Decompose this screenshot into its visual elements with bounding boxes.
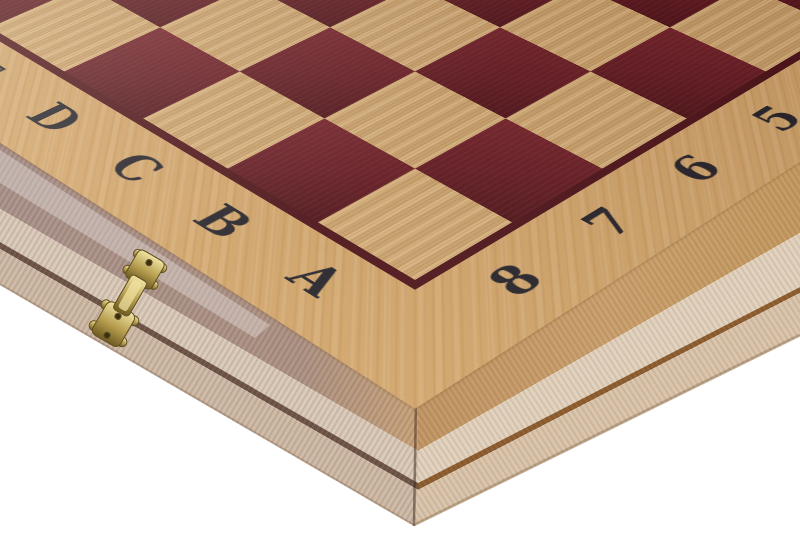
board-perspective-scene: HGFEDCBA 12345678 bbox=[0, 0, 800, 533]
photo-stage: HGFEDCBA 12345678 bbox=[0, 0, 800, 533]
file-label-e: E bbox=[0, 53, 13, 88]
file-label-c: C bbox=[99, 147, 173, 188]
rank-label-7: 7 bbox=[573, 202, 646, 243]
rank-label-6: 6 bbox=[661, 150, 732, 188]
file-label-b: B bbox=[184, 199, 262, 244]
playing-field bbox=[0, 0, 800, 290]
rank-label-5: 5 bbox=[743, 101, 800, 137]
rank-label-8: 8 bbox=[478, 258, 553, 302]
file-label-a: A bbox=[278, 256, 356, 302]
chess-board-top: HGFEDCBA 12345678 bbox=[0, 0, 800, 409]
file-label-d: D bbox=[18, 98, 92, 137]
